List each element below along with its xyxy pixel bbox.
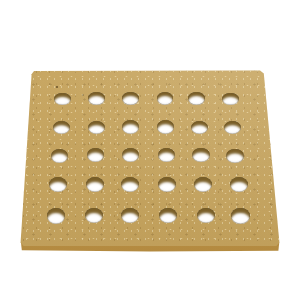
peg-hole-r0c0[interactable] (54, 93, 71, 106)
peg-hole-r1c2[interactable] (122, 120, 139, 133)
peg-hole-r1c1[interactable] (88, 121, 105, 134)
peg-hole-r2c0[interactable] (51, 149, 69, 163)
peg-hole-r0c1[interactable] (88, 92, 105, 105)
peg-hole-r2c1[interactable] (87, 148, 105, 162)
peg-hole-r1c4[interactable] (191, 121, 208, 134)
peg-hole-r0c2[interactable] (122, 92, 139, 105)
peg-hole-r2c2[interactable] (122, 148, 140, 162)
peg-hole-r1c5[interactable] (224, 121, 241, 134)
peg-hole-r4c2[interactable] (121, 208, 140, 224)
peg-hole-r3c0[interactable] (49, 177, 67, 192)
peg-hole-r3c2[interactable] (121, 177, 139, 192)
peg-hole-r4c5[interactable] (231, 208, 250, 224)
peg-hole-r4c4[interactable] (197, 208, 216, 224)
peg-hole-r2c3[interactable] (158, 148, 176, 162)
peg-hole-r4c3[interactable] (159, 208, 178, 224)
peg-hole-r1c3[interactable] (157, 120, 174, 133)
pegboard-face (0, 0, 300, 300)
peg-hole-r4c0[interactable] (47, 208, 66, 224)
peg-hole-r3c4[interactable] (194, 177, 212, 192)
peg-hole-r1c0[interactable] (53, 121, 70, 134)
peg-hole-r2c4[interactable] (192, 148, 210, 162)
product-photo-canvas (0, 0, 300, 300)
peg-hole-r0c4[interactable] (188, 92, 205, 105)
peg-hole-r3c5[interactable] (230, 177, 248, 192)
peg-hole-r0c3[interactable] (157, 92, 174, 105)
peg-hole-r3c3[interactable] (158, 177, 176, 192)
peg-hole-r4c1[interactable] (85, 208, 104, 224)
wood-grain-specks (56, 86, 58, 88)
peg-hole-r2c5[interactable] (226, 149, 244, 163)
peg-hole-r3c1[interactable] (86, 177, 104, 192)
peg-hole-r0c5[interactable] (222, 93, 239, 106)
